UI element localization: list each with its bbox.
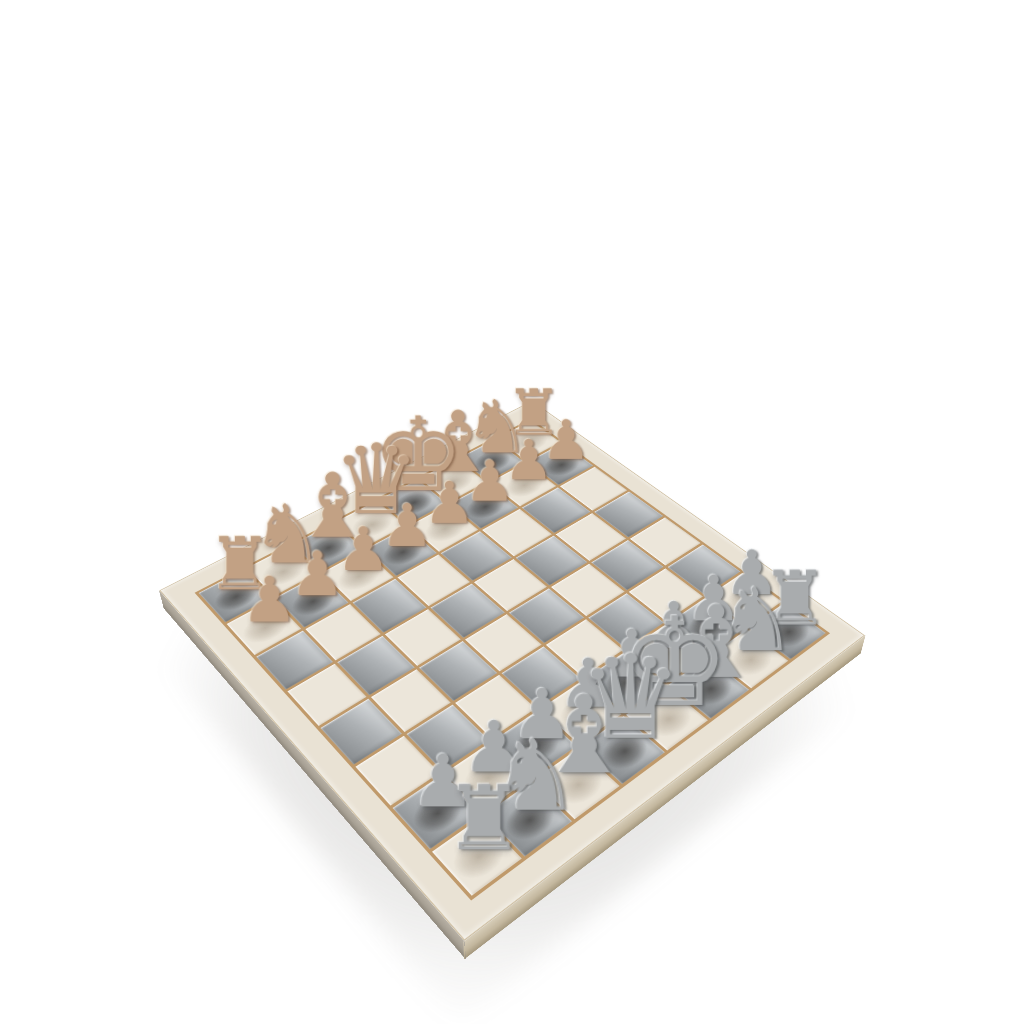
wood-pawn-icon: ♟ (240, 569, 296, 632)
board-grid: ♜♞♝♛♚♝♞♜♟♟♟♟♟♟♟♟♟♟♟♟♟♟♟♟♜♞♝♛♚♝♞♜ (195, 419, 830, 901)
product-photo-scene: ♜♞♝♛♚♝♞♜♟♟♟♟♟♟♟♟♟♟♟♟♟♟♟♟♜♞♝♛♚♝♞♜ (0, 0, 1024, 1024)
square-c6[interactable] (353, 579, 427, 633)
silver-rook-icon: ♜ (443, 773, 523, 863)
square-a1[interactable]: ♜ (432, 817, 522, 896)
chessboard: ♜♞♝♛♚♝♞♜♟♟♟♟♟♟♟♟♟♟♟♟♟♟♟♟♜♞♝♛♚♝♞♜ (159, 401, 865, 941)
board-frame: ♜♞♝♛♚♝♞♜♟♟♟♟♟♟♟♟♟♟♟♟♟♟♟♟♜♞♝♛♚♝♞♜ (159, 401, 865, 941)
